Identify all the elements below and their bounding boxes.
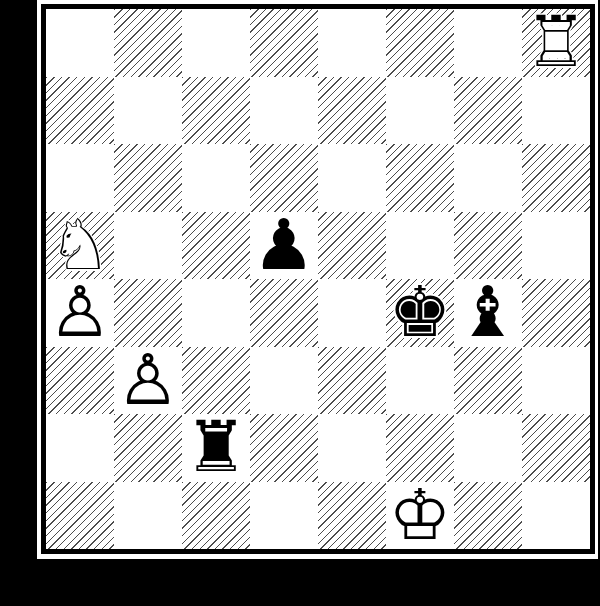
white-rook-h8[interactable]: ♜♖: [522, 9, 590, 77]
square-f7[interactable]: [386, 77, 454, 145]
square-c5[interactable]: [182, 212, 250, 280]
square-h7[interactable]: [522, 77, 590, 145]
square-a7[interactable]: [46, 77, 114, 145]
square-d2[interactable]: [250, 414, 318, 482]
square-h1[interactable]: [522, 482, 590, 550]
square-f5[interactable]: [386, 212, 454, 280]
square-f1[interactable]: ♚♔: [386, 482, 454, 550]
square-b8[interactable]: [114, 9, 182, 77]
white-pawn-a4[interactable]: ♟♙: [46, 279, 114, 347]
square-h4[interactable]: [522, 279, 590, 347]
square-d6[interactable]: [250, 144, 318, 212]
square-a8[interactable]: [46, 9, 114, 77]
square-e3[interactable]: [318, 347, 386, 415]
square-g6[interactable]: [454, 144, 522, 212]
square-d4[interactable]: [250, 279, 318, 347]
square-d3[interactable]: [250, 347, 318, 415]
square-h3[interactable]: [522, 347, 590, 415]
piece-glyph: ♙: [114, 347, 182, 415]
piece-glyph: ♚: [386, 279, 454, 347]
square-f2[interactable]: [386, 414, 454, 482]
square-g7[interactable]: [454, 77, 522, 145]
square-a3[interactable]: [46, 347, 114, 415]
square-d8[interactable]: [250, 9, 318, 77]
black-king-f4[interactable]: ♚: [386, 279, 454, 347]
piece-glyph: ♝: [454, 279, 522, 347]
square-h6[interactable]: [522, 144, 590, 212]
square-a4[interactable]: ♟♙: [46, 279, 114, 347]
square-g2[interactable]: [454, 414, 522, 482]
board-frame: ♜♖♞♘♟♟♙♚♝♟♙♜♚♔: [41, 4, 595, 554]
black-pawn-d5[interactable]: ♟: [250, 212, 318, 280]
square-b7[interactable]: [114, 77, 182, 145]
piece-glyph: ♘: [46, 212, 114, 280]
piece-glyph: ♙: [46, 279, 114, 347]
piece-glyph: ♟: [250, 212, 318, 280]
square-e1[interactable]: [318, 482, 386, 550]
square-e8[interactable]: [318, 9, 386, 77]
square-f6[interactable]: [386, 144, 454, 212]
square-e7[interactable]: [318, 77, 386, 145]
square-c4[interactable]: [182, 279, 250, 347]
square-d1[interactable]: [250, 482, 318, 550]
square-g5[interactable]: [454, 212, 522, 280]
square-e4[interactable]: [318, 279, 386, 347]
square-f8[interactable]: [386, 9, 454, 77]
square-e5[interactable]: [318, 212, 386, 280]
square-c6[interactable]: [182, 144, 250, 212]
black-bishop-g4[interactable]: ♝: [454, 279, 522, 347]
black-rook-c2[interactable]: ♜: [182, 414, 250, 482]
square-e6[interactable]: [318, 144, 386, 212]
square-a6[interactable]: [46, 144, 114, 212]
square-b4[interactable]: [114, 279, 182, 347]
piece-glyph: ♔: [386, 482, 454, 550]
square-a1[interactable]: [46, 482, 114, 550]
white-pawn-b3[interactable]: ♟♙: [114, 347, 182, 415]
square-d5[interactable]: ♟: [250, 212, 318, 280]
square-b3[interactable]: ♟♙: [114, 347, 182, 415]
square-e2[interactable]: [318, 414, 386, 482]
white-king-f1[interactable]: ♚♔: [386, 482, 454, 550]
square-a2[interactable]: [46, 414, 114, 482]
square-h2[interactable]: [522, 414, 590, 482]
square-c8[interactable]: [182, 9, 250, 77]
square-g1[interactable]: [454, 482, 522, 550]
square-f4[interactable]: ♚: [386, 279, 454, 347]
square-d7[interactable]: [250, 77, 318, 145]
square-f3[interactable]: [386, 347, 454, 415]
chess-board: ♜♖♞♘♟♟♙♚♝♟♙♜♚♔: [46, 9, 590, 549]
square-c7[interactable]: [182, 77, 250, 145]
square-h8[interactable]: ♜♖: [522, 9, 590, 77]
square-c1[interactable]: [182, 482, 250, 550]
square-g8[interactable]: [454, 9, 522, 77]
piece-glyph: ♖: [522, 9, 590, 77]
page: ♜♖♞♘♟♟♙♚♝♟♙♜♚♔: [37, 0, 598, 559]
square-b1[interactable]: [114, 482, 182, 550]
piece-glyph: ♜: [182, 414, 250, 482]
square-b5[interactable]: [114, 212, 182, 280]
square-b2[interactable]: [114, 414, 182, 482]
square-a5[interactable]: ♞♘: [46, 212, 114, 280]
square-c3[interactable]: [182, 347, 250, 415]
white-knight-a5[interactable]: ♞♘: [46, 212, 114, 280]
diagram-background: ♜♖♞♘♟♟♙♚♝♟♙♜♚♔: [0, 0, 600, 606]
square-c2[interactable]: ♜: [182, 414, 250, 482]
square-h5[interactable]: [522, 212, 590, 280]
square-b6[interactable]: [114, 144, 182, 212]
square-g4[interactable]: ♝: [454, 279, 522, 347]
square-g3[interactable]: [454, 347, 522, 415]
